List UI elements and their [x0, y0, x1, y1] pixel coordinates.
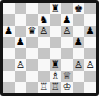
square-a3[interactable]	[3, 59, 15, 70]
square-f5[interactable]	[61, 37, 73, 48]
black-pawn-a6: ♟	[4, 26, 13, 36]
black-rook-e3: ♜	[51, 60, 60, 70]
square-g3[interactable]: ♙	[73, 59, 85, 70]
square-b1[interactable]	[15, 82, 27, 93]
black-rook-e8: ♜	[51, 4, 60, 14]
square-a2[interactable]	[3, 71, 15, 82]
square-c1[interactable]	[26, 82, 38, 93]
square-a5[interactable]	[3, 37, 15, 48]
black-king-g8: ♚	[74, 4, 83, 14]
chess-board: ♜♚♞♟♟♛♙♙♟♟♟♙♜♙♙♗♕♖♖♔	[3, 3, 96, 93]
square-d4[interactable]	[38, 48, 50, 59]
black-knight-d7: ♞	[39, 15, 48, 25]
square-e2[interactable]: ♗	[50, 71, 62, 82]
square-e4[interactable]	[50, 48, 62, 59]
square-b6[interactable]	[15, 26, 27, 37]
square-f4[interactable]	[61, 48, 73, 59]
square-a4[interactable]	[3, 48, 15, 59]
black-pawn-g5: ♟	[74, 37, 83, 47]
square-e3[interactable]: ♜	[50, 59, 62, 70]
white-king-f1: ♔	[62, 82, 71, 92]
square-f1[interactable]: ♔	[61, 82, 73, 93]
white-pawn-f6: ♙	[62, 26, 71, 36]
square-c7[interactable]	[26, 14, 38, 25]
white-bishop-e2: ♗	[51, 71, 60, 81]
square-d7[interactable]: ♞	[38, 14, 50, 25]
square-h1[interactable]	[84, 82, 96, 93]
square-h5[interactable]	[84, 37, 96, 48]
square-c6[interactable]: ♛	[26, 26, 38, 37]
white-pawn-g3: ♙	[74, 60, 83, 70]
square-h4[interactable]	[84, 48, 96, 59]
white-pawn-b3: ♙	[16, 60, 25, 70]
square-c5[interactable]	[26, 37, 38, 48]
square-d1[interactable]: ♖	[38, 82, 50, 93]
square-g2[interactable]	[73, 71, 85, 82]
square-d2[interactable]	[38, 71, 50, 82]
black-pawn-f7: ♟	[62, 15, 71, 25]
square-f2[interactable]: ♕	[61, 71, 73, 82]
square-c8[interactable]	[26, 3, 38, 14]
square-b2[interactable]	[15, 71, 27, 82]
square-c3[interactable]	[26, 59, 38, 70]
square-e1[interactable]: ♖	[50, 82, 62, 93]
square-a8[interactable]	[3, 3, 15, 14]
white-queen-f2: ♕	[62, 71, 71, 81]
white-rook-e1: ♖	[51, 82, 60, 92]
square-a7[interactable]	[3, 14, 15, 25]
white-pawn-d6: ♙	[39, 26, 48, 36]
square-g6[interactable]	[73, 26, 85, 37]
square-b8[interactable]	[15, 3, 27, 14]
square-d5[interactable]	[38, 37, 50, 48]
square-f8[interactable]	[61, 3, 73, 14]
square-e7[interactable]	[50, 14, 62, 25]
square-b4[interactable]	[15, 48, 27, 59]
square-e6[interactable]	[50, 26, 62, 37]
square-b7[interactable]	[15, 14, 27, 25]
chess-board-frame: ♜♚♞♟♟♛♙♙♟♟♟♙♜♙♙♗♕♖♖♔	[0, 0, 99, 96]
square-g8[interactable]: ♚	[73, 3, 85, 14]
white-pawn-h3: ♙	[86, 60, 95, 70]
square-d8[interactable]	[38, 3, 50, 14]
square-g5[interactable]: ♟	[73, 37, 85, 48]
square-f7[interactable]: ♟	[61, 14, 73, 25]
square-g4[interactable]	[73, 48, 85, 59]
square-h2[interactable]	[84, 71, 96, 82]
square-e8[interactable]: ♜	[50, 3, 62, 14]
square-f6[interactable]: ♙	[61, 26, 73, 37]
square-h7[interactable]	[84, 14, 96, 25]
square-a6[interactable]: ♟	[3, 26, 15, 37]
square-g7[interactable]	[73, 14, 85, 25]
square-c4[interactable]	[26, 48, 38, 59]
square-d3[interactable]	[38, 59, 50, 70]
square-a1[interactable]	[3, 82, 15, 93]
square-c2[interactable]	[26, 71, 38, 82]
black-pawn-h6: ♟	[86, 26, 95, 36]
square-h6[interactable]: ♟	[84, 26, 96, 37]
black-pawn-b5: ♟	[16, 37, 25, 47]
square-h3[interactable]: ♙	[84, 59, 96, 70]
square-e5[interactable]	[50, 37, 62, 48]
square-b3[interactable]: ♙	[15, 59, 27, 70]
square-h8[interactable]	[84, 3, 96, 14]
black-queen-c6: ♛	[28, 26, 37, 36]
square-f3[interactable]	[61, 59, 73, 70]
square-b5[interactable]: ♟	[15, 37, 27, 48]
white-rook-d1: ♖	[39, 82, 48, 92]
square-g1[interactable]	[73, 82, 85, 93]
square-d6[interactable]: ♙	[38, 26, 50, 37]
